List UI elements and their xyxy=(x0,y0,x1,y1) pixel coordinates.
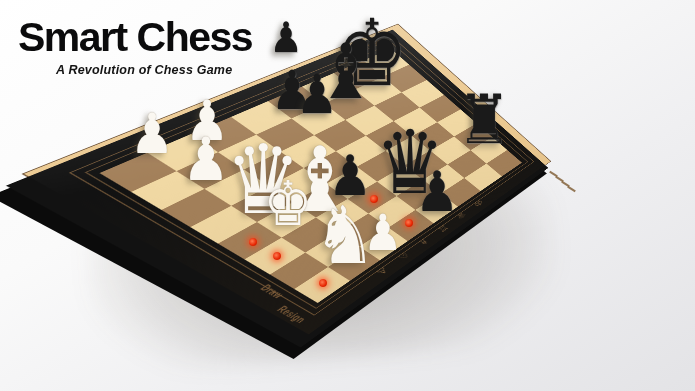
white-knight-g2[interactable]: ♞ xyxy=(313,196,376,276)
page-subtitle: A Revolution of Chess Game xyxy=(56,63,252,77)
black-pawn-b5[interactable]: ♟ xyxy=(296,68,339,122)
black-pawn-h5[interactable]: ♟ xyxy=(415,164,459,220)
led-hint-e1 xyxy=(249,238,257,246)
edge-icon: ♖ xyxy=(435,223,450,234)
side-indicator-tick xyxy=(567,186,576,193)
black-rook-g8[interactable]: ♜ xyxy=(457,86,511,154)
white-pawn-b2[interactable]: ♟ xyxy=(182,129,229,189)
led-hint-f1 xyxy=(273,252,281,260)
headline: Smart Chess A Revolution of Chess Game xyxy=(18,16,252,77)
white-king-e2[interactable]: ♚ xyxy=(264,173,313,235)
white-pawn-a2[interactable]: ♟ xyxy=(130,106,174,162)
black-pawn-off-board[interactable]: ♟ xyxy=(269,17,302,59)
edge-icon: ♗ xyxy=(415,236,431,248)
page-title: Smart Chess xyxy=(18,16,252,59)
edge-icon: ♔ xyxy=(471,198,485,209)
product-render: Draw Resign Resign ♔♕♖♗♘♙ ♚♝♟♟♟♛♟♜♟♟♟♛♚♝… xyxy=(0,0,695,391)
led-hint-h4 xyxy=(405,219,413,227)
